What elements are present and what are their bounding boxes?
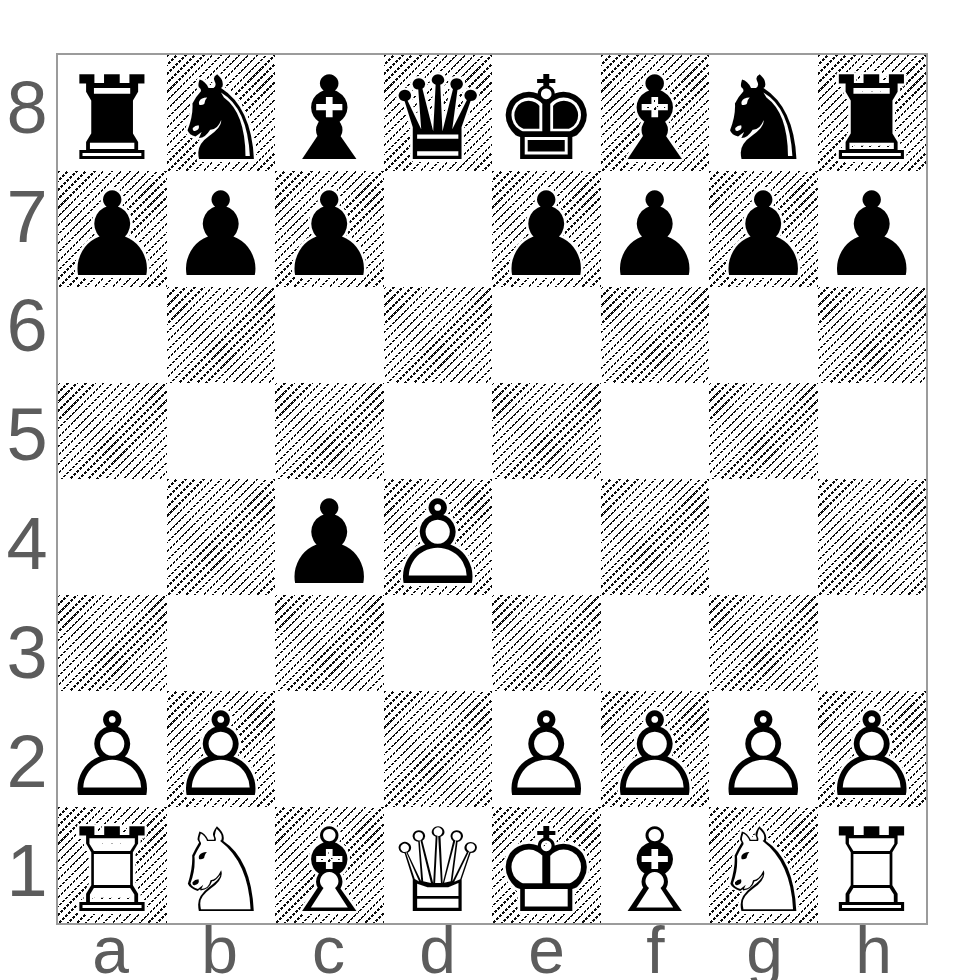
square-e7[interactable]: ♟ [492,171,601,287]
piece-fill-glyph: ♟ [277,177,381,293]
chess-diagram: 87654321 ♜♞♝♛♚♝♞♜♟♟♟♟♟♟♟♟♟♙♟♙♟♙♟♙♟♙♟♙♟♙♜… [0,0,980,980]
square-e6[interactable] [492,287,601,383]
piece-fill-glyph: ♟ [603,177,707,293]
square-h3[interactable] [818,595,927,691]
piece-black-pawn: ♟ [167,177,276,293]
piece-fill-glyph: ♝ [603,813,707,929]
piece-outline-glyph: ♖ [60,813,164,929]
file-label-d: d [383,923,492,980]
piece-black-pawn: ♟ [58,177,167,293]
square-g3[interactable] [709,595,818,691]
square-h2[interactable]: ♟♙ [818,691,927,807]
square-c2[interactable] [275,691,384,807]
piece-fill-glyph: ♛ [386,61,490,177]
piece-outline-glyph: ♘ [711,813,815,929]
piece-outline-glyph: ♙ [494,697,598,813]
piece-black-pawn: ♟ [275,177,384,293]
square-b4[interactable] [167,479,276,595]
piece-fill-glyph: ♞ [169,61,273,177]
piece-fill-glyph: ♟ [169,177,273,293]
file-label-h: h [819,923,928,980]
square-b6[interactable] [167,287,276,383]
piece-fill-glyph: ♟ [60,697,164,813]
rank-label-4: 4 [0,489,54,598]
piece-black-pawn: ♟ [492,177,601,293]
piece-fill-glyph: ♟ [494,697,598,813]
square-f4[interactable] [601,479,710,595]
square-g8[interactable]: ♞ [709,55,818,171]
piece-white-pawn: ♟♙ [58,697,167,813]
square-e1[interactable]: ♚♔ [492,807,601,923]
square-h1[interactable]: ♜♖ [818,807,927,923]
piece-outline-glyph: ♘ [169,813,273,929]
file-label-e: e [492,923,601,980]
square-b2[interactable]: ♟♙ [167,691,276,807]
square-d8[interactable]: ♛ [384,55,493,171]
square-g1[interactable]: ♞♘ [709,807,818,923]
piece-white-rook: ♜♖ [818,813,927,929]
square-a3[interactable] [58,595,167,691]
piece-fill-glyph: ♟ [603,697,707,813]
piece-outline-glyph: ♙ [169,697,273,813]
piece-fill-glyph: ♟ [169,697,273,813]
piece-outline-glyph: ♙ [386,485,490,601]
square-a2[interactable]: ♟♙ [58,691,167,807]
rank-label-2: 2 [0,707,54,816]
square-a6[interactable] [58,287,167,383]
piece-black-queen: ♛ [384,61,493,177]
piece-fill-glyph: ♟ [820,697,924,813]
piece-black-pawn: ♟ [709,177,818,293]
piece-black-king: ♚ [492,61,601,177]
piece-white-king: ♚♔ [492,813,601,929]
square-d5[interactable] [384,383,493,479]
piece-black-bishop: ♝ [275,61,384,177]
square-c6[interactable] [275,287,384,383]
rank-label-8: 8 [0,53,54,162]
square-b5[interactable] [167,383,276,479]
square-c1[interactable]: ♝♗ [275,807,384,923]
piece-fill-glyph: ♝ [277,61,381,177]
piece-fill-glyph: ♟ [60,177,164,293]
piece-white-knight: ♞♘ [167,813,276,929]
piece-white-queen: ♛♕ [384,813,493,929]
square-a4[interactable] [58,479,167,595]
piece-fill-glyph: ♝ [603,61,707,177]
square-f3[interactable] [601,595,710,691]
square-c7[interactable]: ♟ [275,171,384,287]
piece-fill-glyph: ♟ [494,177,598,293]
piece-outline-glyph: ♗ [277,813,381,929]
piece-fill-glyph: ♚ [494,61,598,177]
square-d1[interactable]: ♛♕ [384,807,493,923]
piece-fill-glyph: ♟ [820,177,924,293]
square-d2[interactable] [384,691,493,807]
file-label-b: b [165,923,274,980]
piece-black-pawn: ♟ [275,485,384,601]
square-b7[interactable]: ♟ [167,171,276,287]
piece-fill-glyph: ♟ [277,485,381,601]
piece-black-knight: ♞ [709,61,818,177]
piece-outline-glyph: ♗ [603,813,707,929]
piece-outline-glyph: ♙ [603,697,707,813]
piece-black-bishop: ♝ [601,61,710,177]
piece-fill-glyph: ♟ [711,177,815,293]
piece-white-bishop: ♝♗ [601,813,710,929]
piece-white-pawn: ♟♙ [601,697,710,813]
square-f7[interactable]: ♟ [601,171,710,287]
rank-label-6: 6 [0,271,54,380]
square-a8[interactable]: ♜ [58,55,167,171]
square-c4[interactable]: ♟ [275,479,384,595]
square-e4[interactable] [492,479,601,595]
file-labels: abcdefgh [56,923,928,980]
piece-fill-glyph: ♚ [494,813,598,929]
square-e3[interactable] [492,595,601,691]
square-b3[interactable] [167,595,276,691]
square-h8[interactable]: ♜ [818,55,927,171]
square-g2[interactable]: ♟♙ [709,691,818,807]
rank-label-5: 5 [0,380,54,489]
piece-white-pawn: ♟♙ [818,697,927,813]
piece-outline-glyph: ♙ [711,697,815,813]
file-label-a: a [56,923,165,980]
square-d4[interactable]: ♟♙ [384,479,493,595]
square-f5[interactable] [601,383,710,479]
square-f1[interactable]: ♝♗ [601,807,710,923]
piece-black-pawn: ♟ [818,177,927,293]
file-label-g: g [710,923,819,980]
square-b1[interactable]: ♞♘ [167,807,276,923]
piece-outline-glyph: ♕ [386,813,490,929]
square-d6[interactable] [384,287,493,383]
square-e5[interactable] [492,383,601,479]
square-h5[interactable] [818,383,927,479]
piece-outline-glyph: ♖ [820,813,924,929]
piece-fill-glyph: ♞ [711,61,815,177]
chessboard: ♜♞♝♛♚♝♞♜♟♟♟♟♟♟♟♟♟♙♟♙♟♙♟♙♟♙♟♙♟♙♜♖♞♘♝♗♛♕♚♔… [56,53,928,925]
piece-white-pawn: ♟♙ [167,697,276,813]
square-g4[interactable] [709,479,818,595]
rank-label-7: 7 [0,162,54,271]
square-h6[interactable] [818,287,927,383]
piece-black-rook: ♜ [818,61,927,177]
square-c3[interactable] [275,595,384,691]
piece-black-rook: ♜ [58,61,167,177]
square-g6[interactable] [709,287,818,383]
piece-white-pawn: ♟♙ [709,697,818,813]
piece-fill-glyph: ♟ [711,697,815,813]
square-a5[interactable] [58,383,167,479]
piece-fill-glyph: ♜ [60,813,164,929]
piece-fill-glyph: ♝ [277,813,381,929]
square-a1[interactable]: ♜♖ [58,807,167,923]
square-e2[interactable]: ♟♙ [492,691,601,807]
piece-fill-glyph: ♞ [169,813,273,929]
rank-label-3: 3 [0,598,54,707]
piece-fill-glyph: ♟ [386,485,490,601]
piece-fill-glyph: ♜ [820,61,924,177]
piece-black-pawn: ♟ [601,177,710,293]
square-a7[interactable]: ♟ [58,171,167,287]
piece-fill-glyph: ♜ [60,61,164,177]
piece-white-pawn: ♟♙ [492,697,601,813]
file-label-f: f [601,923,710,980]
piece-white-knight: ♞♘ [709,813,818,929]
square-h4[interactable] [818,479,927,595]
piece-white-pawn: ♟♙ [384,485,493,601]
piece-black-knight: ♞ [167,61,276,177]
square-d3[interactable] [384,595,493,691]
piece-fill-glyph: ♜ [820,813,924,929]
square-f8[interactable]: ♝ [601,55,710,171]
square-e8[interactable]: ♚ [492,55,601,171]
square-f6[interactable] [601,287,710,383]
piece-outline-glyph: ♙ [60,697,164,813]
square-c8[interactable]: ♝ [275,55,384,171]
square-g5[interactable] [709,383,818,479]
piece-white-rook: ♜♖ [58,813,167,929]
piece-fill-glyph: ♛ [386,813,490,929]
file-label-c: c [274,923,383,980]
square-d7[interactable] [384,171,493,287]
square-f2[interactable]: ♟♙ [601,691,710,807]
square-c5[interactable] [275,383,384,479]
rank-label-1: 1 [0,816,54,925]
piece-outline-glyph: ♔ [494,813,598,929]
piece-fill-glyph: ♞ [711,813,815,929]
piece-white-bishop: ♝♗ [275,813,384,929]
square-g7[interactable]: ♟ [709,171,818,287]
piece-outline-glyph: ♙ [820,697,924,813]
square-h7[interactable]: ♟ [818,171,927,287]
square-b8[interactable]: ♞ [167,55,276,171]
rank-labels: 87654321 [0,53,54,925]
